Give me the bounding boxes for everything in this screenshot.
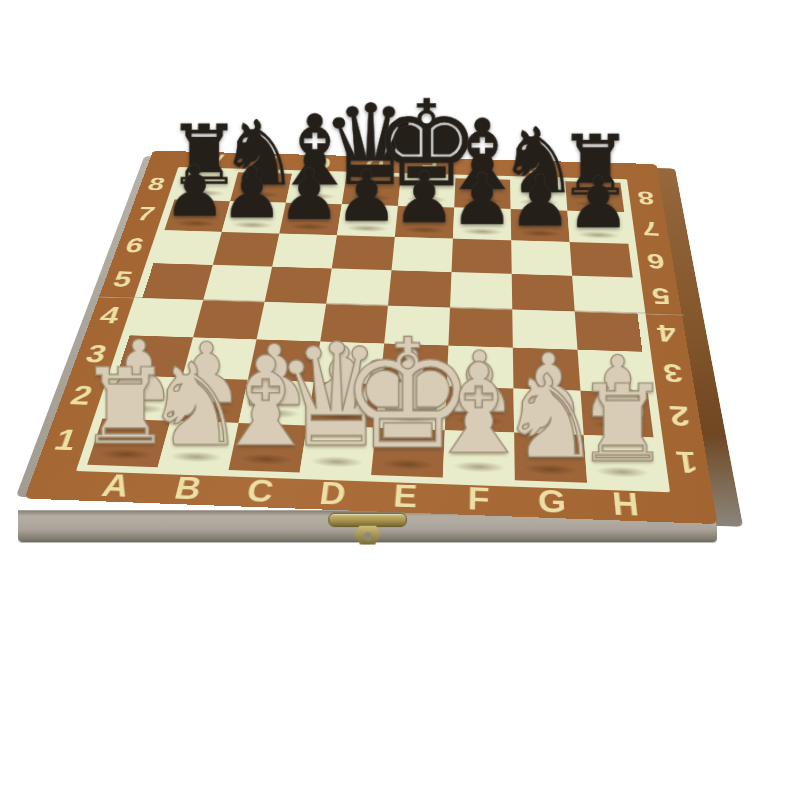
square-c6[interactable] [272, 234, 337, 269]
piece-black-pawn[interactable]: ♟ [163, 158, 226, 225]
square-d6[interactable] [332, 235, 395, 270]
piece-black-pawn[interactable]: ♟ [335, 163, 398, 230]
square-b6[interactable] [213, 232, 279, 267]
square-c5[interactable] [265, 267, 332, 304]
coordinate-label: 5 [643, 278, 679, 315]
square-h1[interactable]: ♜ [584, 435, 660, 485]
square-h7[interactable]: ♟ [567, 211, 628, 244]
square-h6[interactable] [570, 242, 633, 277]
square-g7[interactable]: ♟ [511, 209, 570, 242]
coordinate-label: A [83, 470, 149, 501]
square-d5[interactable] [326, 268, 391, 305]
squares-grid: ♜♞♝♛♚♝♞♜♟♟♟♟♟♟♟♟♟♟♟♟♟♟♟♟♜♞♝♛♚♝♞♜ [87, 171, 660, 486]
square-d7[interactable]: ♟ [337, 204, 398, 237]
coordinate-label: H [595, 488, 657, 520]
square-a6[interactable] [154, 230, 222, 264]
piece-black-pawn[interactable]: ♟ [220, 160, 283, 227]
clasp-hole-icon [363, 533, 371, 541]
clasp-bar-icon [328, 513, 406, 527]
piece-white-rook[interactable]: ♜ [575, 373, 670, 474]
square-b5[interactable] [203, 265, 272, 302]
coordinate-label: 8 [630, 183, 662, 213]
piece-black-pawn[interactable]: ♟ [508, 168, 572, 235]
coordinate-label: G [522, 486, 582, 518]
brass-clasp [326, 510, 409, 542]
clasp-pendant-icon [355, 526, 381, 545]
piece-black-pawn[interactable]: ♟ [566, 169, 630, 237]
piece-black-pawn[interactable]: ♟ [278, 161, 341, 228]
coordinate-label: E [375, 481, 435, 513]
square-e7[interactable]: ♟ [395, 206, 454, 239]
square-c7[interactable]: ♟ [279, 203, 342, 236]
square-g5[interactable] [512, 274, 575, 312]
square-f5[interactable] [450, 272, 512, 309]
square-e5[interactable] [388, 270, 452, 307]
chess-set-photo: ♜♞♝♛♚♝♞♜♟♟♟♟♟♟♟♟♟♟♟♟♟♟♟♟♜♞♝♛♚♝♞♜ ABCDEFG… [0, 0, 800, 800]
square-f6[interactable] [452, 239, 512, 274]
chess-board: ♜♞♝♛♚♝♞♜♟♟♟♟♟♟♟♟♟♟♟♟♟♟♟♟♜♞♝♛♚♝♞♜ ABCDEFG… [24, 151, 717, 524]
piece-black-pawn[interactable]: ♟ [393, 164, 456, 231]
square-h5[interactable] [572, 276, 637, 314]
coordinate-label: 6 [639, 244, 674, 279]
coordinate-label: C [228, 475, 291, 506]
coordinate-label: D [302, 478, 364, 509]
coordinate-label: 7 [634, 212, 667, 244]
square-e6[interactable] [392, 237, 453, 272]
piece-black-pawn[interactable]: ♟ [450, 166, 514, 233]
square-f7[interactable]: ♟ [453, 207, 511, 240]
square-b7[interactable]: ♟ [222, 201, 286, 233]
coordinate-label: B [156, 473, 221, 504]
coordinate-label: 1 [666, 438, 709, 487]
square-g6[interactable] [511, 240, 572, 275]
coordinate-label: F [449, 483, 508, 515]
square-a5[interactable] [142, 263, 213, 300]
perspective-scene: ♜♞♝♛♚♝♞♜♟♟♟♟♟♟♟♟♟♟♟♟♟♟♟♟♜♞♝♛♚♝♞♜ ABCDEFG… [0, 0, 800, 800]
